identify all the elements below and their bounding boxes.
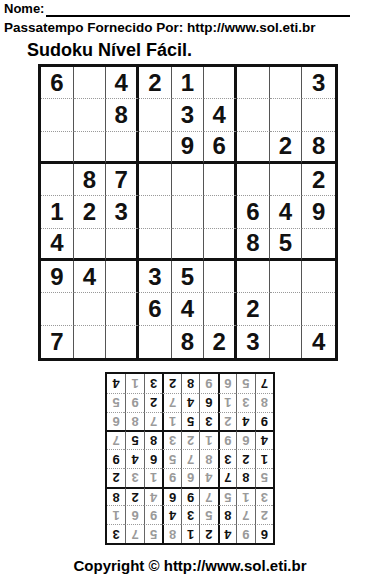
cell-r8c3[interactable] bbox=[106, 293, 139, 325]
solution-cell-r3c1: 3 bbox=[255, 487, 273, 506]
cell-r9c5[interactable]: 8 bbox=[172, 326, 205, 358]
solution-cell-r6c5: 2 bbox=[181, 430, 199, 449]
cell-r2c5[interactable]: 3 bbox=[172, 99, 205, 131]
solution-cell-r3c6: 6 bbox=[162, 487, 180, 506]
solution-cell-r2c4: 5 bbox=[199, 505, 217, 524]
cell-r8c6[interactable] bbox=[204, 293, 237, 325]
cell-r9c8[interactable] bbox=[270, 326, 303, 358]
cell-r2c8[interactable] bbox=[270, 99, 303, 131]
solution-cell-r8c6: 7 bbox=[162, 393, 180, 412]
solution-cell-r6c9: 7 bbox=[107, 430, 125, 449]
cell-r6c9[interactable] bbox=[302, 229, 335, 261]
cell-r3c1[interactable] bbox=[41, 132, 74, 164]
solution-cell-r3c8: 2 bbox=[125, 487, 143, 506]
cell-r7c2[interactable]: 4 bbox=[74, 261, 107, 293]
cell-r8c9[interactable] bbox=[302, 293, 335, 325]
cell-r8c5[interactable]: 4 bbox=[172, 293, 205, 325]
solution-cell-r7c5: 5 bbox=[181, 412, 199, 431]
cell-r3c5[interactable]: 9 bbox=[172, 132, 205, 164]
cell-r9c3[interactable] bbox=[106, 326, 139, 358]
solution-cell-r5c5: 7 bbox=[181, 449, 199, 468]
cell-r3c6[interactable]: 6 bbox=[204, 132, 237, 164]
solution-cell-r1c8: 7 bbox=[125, 524, 143, 543]
solution-cell-r8c8: 9 bbox=[125, 393, 143, 412]
cell-r1c7[interactable] bbox=[237, 67, 270, 99]
cell-r6c1[interactable]: 4 bbox=[41, 229, 74, 261]
cell-r8c1[interactable] bbox=[41, 293, 74, 325]
solution-cell-r5c8: 4 bbox=[125, 449, 143, 468]
name-label: Nome: bbox=[4, 1, 44, 17]
cell-r6c7[interactable]: 8 bbox=[237, 229, 270, 261]
cell-r7c3[interactable] bbox=[106, 261, 139, 293]
solution-cell-r9c5: 8 bbox=[181, 374, 199, 393]
solution-cell-r6c2: 6 bbox=[236, 430, 254, 449]
cell-r8c2[interactable] bbox=[74, 293, 107, 325]
copyright-text: Copyright © http://www.sol.eti.br bbox=[0, 557, 380, 574]
cell-r5c8[interactable]: 4 bbox=[270, 196, 303, 228]
solution-cell-r5c2: 2 bbox=[236, 449, 254, 468]
cell-r4c2[interactable]: 8 bbox=[74, 164, 107, 196]
cell-r1c4[interactable]: 2 bbox=[139, 67, 172, 99]
cell-r7c4[interactable]: 3 bbox=[139, 261, 172, 293]
cell-r3c8[interactable]: 2 bbox=[270, 132, 303, 164]
solution-cell-r1c9: 3 bbox=[107, 524, 125, 543]
solution-cell-r7c2: 4 bbox=[236, 412, 254, 431]
solution-cell-r9c2: 5 bbox=[236, 374, 254, 393]
solution-cell-r6c6: 3 bbox=[162, 430, 180, 449]
solution-cell-r1c5: 1 bbox=[181, 524, 199, 543]
solution-cell-r2c3: 8 bbox=[218, 505, 236, 524]
solution-cell-r9c6: 2 bbox=[162, 374, 180, 393]
cell-r5c2[interactable]: 2 bbox=[74, 196, 107, 228]
solution-cell-r7c9: 6 bbox=[107, 412, 125, 431]
cell-r4c5[interactable] bbox=[172, 164, 205, 196]
solution-cell-r6c1: 4 bbox=[255, 430, 273, 449]
solution-cell-r3c4: 7 bbox=[199, 487, 217, 506]
cell-r9c2[interactable] bbox=[74, 326, 107, 358]
solution-cell-r9c3: 6 bbox=[218, 374, 236, 393]
solution-cell-r7c6: 1 bbox=[162, 412, 180, 431]
cell-r2c1[interactable] bbox=[41, 99, 74, 131]
cell-r6c5[interactable] bbox=[172, 229, 205, 261]
solution-cell-r5c4: 8 bbox=[199, 449, 217, 468]
solution-cell-r3c5: 9 bbox=[181, 487, 199, 506]
cell-r9c4[interactable] bbox=[139, 326, 172, 358]
solution-cell-r2c6: 4 bbox=[162, 505, 180, 524]
solution-cell-r8c9: 5 bbox=[107, 393, 125, 412]
solution-cell-r4c7: 1 bbox=[144, 468, 162, 487]
cell-r8c8[interactable] bbox=[270, 293, 303, 325]
cell-r8c4[interactable]: 6 bbox=[139, 293, 172, 325]
solution-cell-r7c3: 2 bbox=[218, 412, 236, 431]
cell-r1c2[interactable] bbox=[74, 67, 107, 99]
cell-r2c2[interactable] bbox=[74, 99, 107, 131]
solution-cell-r4c4: 4 bbox=[199, 468, 217, 487]
cell-r1c8[interactable] bbox=[270, 67, 303, 99]
solution-cell-r3c9: 8 bbox=[107, 487, 125, 506]
solution-cell-r8c4: 6 bbox=[199, 393, 217, 412]
cell-r9c9[interactable]: 4 bbox=[302, 326, 335, 358]
cell-r5c5[interactable] bbox=[172, 196, 205, 228]
solution-cell-r9c4: 9 bbox=[199, 374, 217, 393]
solution-cell-r7c8: 8 bbox=[125, 412, 143, 431]
cell-r2c4[interactable] bbox=[139, 99, 172, 131]
cell-r7c8[interactable] bbox=[270, 261, 303, 293]
cell-r3c9[interactable]: 8 bbox=[302, 132, 335, 164]
cell-r7c9[interactable] bbox=[302, 261, 335, 293]
solution-cell-r2c7: 9 bbox=[144, 505, 162, 524]
solution-cell-r8c2: 3 bbox=[236, 393, 254, 412]
cell-r2c6[interactable]: 4 bbox=[204, 99, 237, 131]
solution-cell-r5c7: 6 bbox=[144, 449, 162, 468]
solution-cell-r1c3: 4 bbox=[218, 524, 236, 543]
solution-cell-r1c4: 2 bbox=[199, 524, 217, 543]
solution-cell-r4c3: 7 bbox=[218, 468, 236, 487]
solution-cell-r9c7: 3 bbox=[144, 374, 162, 393]
cell-r4c6[interactable] bbox=[204, 164, 237, 196]
cell-r1c6[interactable] bbox=[204, 67, 237, 99]
solution-cell-r4c8: 3 bbox=[125, 468, 143, 487]
cell-r4c1[interactable] bbox=[41, 164, 74, 196]
solution-cell-r6c7: 8 bbox=[144, 430, 162, 449]
solution-cell-r4c1: 5 bbox=[255, 468, 273, 487]
solution-cell-r2c1: 2 bbox=[255, 505, 273, 524]
cell-r2c7[interactable] bbox=[237, 99, 270, 131]
cell-r7c5[interactable]: 5 bbox=[172, 261, 205, 293]
page-title: Sudoku Nível Fácil. bbox=[27, 40, 192, 61]
cell-r2c9[interactable] bbox=[302, 99, 335, 131]
cell-r1c1[interactable]: 6 bbox=[41, 67, 74, 99]
solution-cell-r3c3: 5 bbox=[218, 487, 236, 506]
cell-r1c3[interactable]: 4 bbox=[106, 67, 139, 99]
cell-r5c1[interactable]: 1 bbox=[41, 196, 74, 228]
solution-cell-r1c6: 8 bbox=[162, 524, 180, 543]
solution-grid: 6942185732785349613157964285874691321238… bbox=[105, 372, 275, 545]
cell-r3c2[interactable] bbox=[74, 132, 107, 164]
cell-r7c7[interactable] bbox=[237, 261, 270, 293]
solution-cell-r5c3: 3 bbox=[218, 449, 236, 468]
cell-r3c4[interactable] bbox=[139, 132, 172, 164]
name-row: Nome: bbox=[4, 1, 350, 17]
cell-r5c7[interactable]: 6 bbox=[237, 196, 270, 228]
solution-cell-r4c2: 8 bbox=[236, 468, 254, 487]
cell-r6c3[interactable] bbox=[106, 229, 139, 261]
cell-r6c6[interactable] bbox=[204, 229, 237, 261]
solution-cell-r4c6: 9 bbox=[162, 468, 180, 487]
solution-cell-r9c9: 4 bbox=[107, 374, 125, 393]
cell-r7c6[interactable] bbox=[204, 261, 237, 293]
solution-cell-r6c8: 5 bbox=[125, 430, 143, 449]
cell-r6c4[interactable] bbox=[139, 229, 172, 261]
provided-by-text: Passatempo Fornecido Por: http://www.sol… bbox=[4, 20, 316, 35]
cell-r4c8[interactable] bbox=[270, 164, 303, 196]
cell-r4c9[interactable]: 2 bbox=[302, 164, 335, 196]
solution-cell-r5c1: 1 bbox=[255, 449, 273, 468]
solution-cell-r4c9: 2 bbox=[107, 468, 125, 487]
solution-cell-r2c8: 6 bbox=[125, 505, 143, 524]
solution-cell-r7c4: 3 bbox=[199, 412, 217, 431]
cell-r1c5[interactable]: 1 bbox=[172, 67, 205, 99]
cell-r3c3[interactable] bbox=[106, 132, 139, 164]
cell-r4c7[interactable] bbox=[237, 164, 270, 196]
solution-cell-r2c5: 3 bbox=[181, 505, 199, 524]
solution-cell-r7c7: 7 bbox=[144, 412, 162, 431]
solution-cell-r6c3: 9 bbox=[218, 430, 236, 449]
cell-r9c1[interactable]: 7 bbox=[41, 326, 74, 358]
solution-cell-r6c4: 1 bbox=[199, 430, 217, 449]
solution-cell-r1c1: 6 bbox=[255, 524, 273, 543]
solution-cell-r1c7: 5 bbox=[144, 524, 162, 543]
cell-r6c8[interactable]: 5 bbox=[270, 229, 303, 261]
cell-r6c2[interactable] bbox=[74, 229, 107, 261]
cell-r5c4[interactable] bbox=[139, 196, 172, 228]
solution-cell-r2c9: 1 bbox=[107, 505, 125, 524]
cell-r4c3[interactable]: 7 bbox=[106, 164, 139, 196]
cell-r3c7[interactable] bbox=[237, 132, 270, 164]
main-sudoku-grid: 642138349628872123649485943564278234 bbox=[38, 64, 338, 361]
name-input-line[interactable] bbox=[46, 1, 350, 17]
solution-cell-r8c3: 1 bbox=[218, 393, 236, 412]
solution-cell-r8c5: 4 bbox=[181, 393, 199, 412]
solution-cell-r5c9: 9 bbox=[107, 449, 125, 468]
solution-cell-r9c1: 7 bbox=[255, 374, 273, 393]
solution-cell-r9c8: 1 bbox=[125, 374, 143, 393]
solution-cell-r8c1: 8 bbox=[255, 393, 273, 412]
solution-cell-r4c5: 6 bbox=[181, 468, 199, 487]
solution-cell-r3c7: 4 bbox=[144, 487, 162, 506]
cell-r8c7[interactable]: 2 bbox=[237, 293, 270, 325]
cell-r1c9[interactable]: 3 bbox=[302, 67, 335, 99]
cell-r9c6[interactable]: 2 bbox=[204, 326, 237, 358]
cell-r7c1[interactable]: 9 bbox=[41, 261, 74, 293]
cell-r5c3[interactable]: 3 bbox=[106, 196, 139, 228]
solution-cell-r2c2: 7 bbox=[236, 505, 254, 524]
solution-cell-r3c2: 1 bbox=[236, 487, 254, 506]
cell-r2c3[interactable]: 8 bbox=[106, 99, 139, 131]
cell-r9c7[interactable]: 3 bbox=[237, 326, 270, 358]
solution-cell-r8c7: 2 bbox=[144, 393, 162, 412]
solution-cell-r1c2: 9 bbox=[236, 524, 254, 543]
cell-r5c9[interactable]: 9 bbox=[302, 196, 335, 228]
solution-cell-r5c6: 5 bbox=[162, 449, 180, 468]
solution-cell-r7c1: 9 bbox=[255, 412, 273, 431]
cell-r4c4[interactable] bbox=[139, 164, 172, 196]
cell-r5c6[interactable] bbox=[204, 196, 237, 228]
